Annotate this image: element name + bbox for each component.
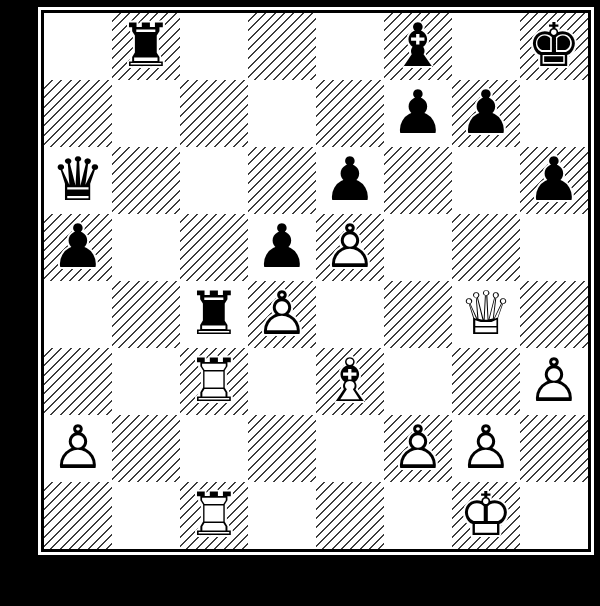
piece-body: ♟ xyxy=(51,216,105,276)
square-h4[interactable] xyxy=(520,281,588,348)
square-f6[interactable] xyxy=(384,147,452,214)
square-h1[interactable] xyxy=(520,482,588,549)
piece-body: ♜ xyxy=(119,15,173,75)
piece-black-pawn-g7: ♟♟ xyxy=(452,80,520,147)
square-f5[interactable] xyxy=(384,214,452,281)
square-h2[interactable] xyxy=(520,415,588,482)
piece-body: ♝ xyxy=(391,15,445,75)
square-g8[interactable] xyxy=(452,13,520,80)
square-a2[interactable]: ♟♟♙ xyxy=(44,415,112,482)
piece-outline: ♙ xyxy=(51,417,105,477)
page-background: ♜♜♝♝♚♚♟♟♟♟♛♛♟♟♟♟♟♟♟♟♟♟♙♜♜♟♟♙♛♛♕♜♜♖♝♝♗♟♟♙… xyxy=(0,0,600,606)
square-b1[interactable] xyxy=(112,482,180,549)
square-c2[interactable] xyxy=(180,415,248,482)
square-g7[interactable]: ♟♟ xyxy=(452,80,520,147)
square-a6[interactable]: ♛♛ xyxy=(44,147,112,214)
square-g5[interactable] xyxy=(452,214,520,281)
square-h7[interactable] xyxy=(520,80,588,147)
square-e1[interactable] xyxy=(316,482,384,549)
square-d3[interactable] xyxy=(248,348,316,415)
square-h3[interactable]: ♟♟♙ xyxy=(520,348,588,415)
square-c1[interactable]: ♜♜♖ xyxy=(180,482,248,549)
piece-outline: ♙ xyxy=(323,216,377,276)
square-a7[interactable] xyxy=(44,80,112,147)
piece-body: ♟ xyxy=(255,216,309,276)
piece-white-bishop-e3: ♝♝♗ xyxy=(316,348,384,415)
square-d5[interactable]: ♟♟ xyxy=(248,214,316,281)
piece-body: ♟ xyxy=(391,82,445,142)
piece-outline: ♙ xyxy=(459,417,513,477)
square-c6[interactable] xyxy=(180,147,248,214)
square-g4[interactable]: ♛♛♕ xyxy=(452,281,520,348)
square-f8[interactable]: ♝♝ xyxy=(384,13,452,80)
piece-outline: ♙ xyxy=(391,417,445,477)
piece-outline: ♙ xyxy=(527,350,581,410)
square-f4[interactable] xyxy=(384,281,452,348)
square-g3[interactable] xyxy=(452,348,520,415)
square-b4[interactable] xyxy=(112,281,180,348)
square-e8[interactable] xyxy=(316,13,384,80)
piece-black-pawn-f7: ♟♟ xyxy=(384,80,452,147)
square-h8[interactable]: ♚♚ xyxy=(520,13,588,80)
piece-outline: ♖ xyxy=(187,350,241,410)
square-c7[interactable] xyxy=(180,80,248,147)
piece-outline: ♗ xyxy=(323,350,377,410)
square-d2[interactable] xyxy=(248,415,316,482)
piece-black-king-h8: ♚♚ xyxy=(520,13,588,80)
board-frame: ♜♜♝♝♚♚♟♟♟♟♛♛♟♟♟♟♟♟♟♟♟♟♙♜♜♟♟♙♛♛♕♜♜♖♝♝♗♟♟♙… xyxy=(38,7,594,555)
square-e7[interactable] xyxy=(316,80,384,147)
square-g6[interactable] xyxy=(452,147,520,214)
square-a8[interactable] xyxy=(44,13,112,80)
square-b3[interactable] xyxy=(112,348,180,415)
square-b8[interactable]: ♜♜ xyxy=(112,13,180,80)
piece-black-pawn-a5: ♟♟ xyxy=(44,214,112,281)
piece-body: ♟ xyxy=(527,149,581,209)
square-h6[interactable]: ♟♟ xyxy=(520,147,588,214)
piece-black-queen-a6: ♛♛ xyxy=(44,147,112,214)
piece-white-pawn-a2: ♟♟♙ xyxy=(44,415,112,482)
piece-black-rook-b8: ♜♜ xyxy=(112,13,180,80)
square-f2[interactable]: ♟♟♙ xyxy=(384,415,452,482)
piece-body: ♚ xyxy=(527,15,581,75)
square-c5[interactable] xyxy=(180,214,248,281)
piece-white-queen-g4: ♛♛♕ xyxy=(452,281,520,348)
piece-white-rook-c1: ♜♜♖ xyxy=(180,482,248,549)
square-d4[interactable]: ♟♟♙ xyxy=(248,281,316,348)
square-c8[interactable] xyxy=(180,13,248,80)
square-g2[interactable]: ♟♟♙ xyxy=(452,415,520,482)
square-b7[interactable] xyxy=(112,80,180,147)
square-e5[interactable]: ♟♟♙ xyxy=(316,214,384,281)
square-d8[interactable] xyxy=(248,13,316,80)
square-e4[interactable] xyxy=(316,281,384,348)
piece-black-bishop-f8: ♝♝ xyxy=(384,13,452,80)
piece-white-king-g1: ♚♚♔ xyxy=(452,482,520,549)
square-d6[interactable] xyxy=(248,147,316,214)
piece-body: ♜ xyxy=(187,283,241,343)
square-c3[interactable]: ♜♜♖ xyxy=(180,348,248,415)
square-h5[interactable] xyxy=(520,214,588,281)
square-f1[interactable] xyxy=(384,482,452,549)
square-d7[interactable] xyxy=(248,80,316,147)
square-a3[interactable] xyxy=(44,348,112,415)
piece-body: ♛ xyxy=(51,149,105,209)
board-inner-border: ♜♜♝♝♚♚♟♟♟♟♛♛♟♟♟♟♟♟♟♟♟♟♙♜♜♟♟♙♛♛♕♜♜♖♝♝♗♟♟♙… xyxy=(41,10,591,552)
piece-outline: ♙ xyxy=(255,283,309,343)
square-e3[interactable]: ♝♝♗ xyxy=(316,348,384,415)
piece-white-rook-c3: ♜♜♖ xyxy=(180,348,248,415)
square-e2[interactable] xyxy=(316,415,384,482)
piece-outline: ♖ xyxy=(187,484,241,544)
square-b2[interactable] xyxy=(112,415,180,482)
square-g1[interactable]: ♚♚♔ xyxy=(452,482,520,549)
piece-black-pawn-h6: ♟♟ xyxy=(520,147,588,214)
piece-white-pawn-g2: ♟♟♙ xyxy=(452,415,520,482)
piece-white-pawn-d4: ♟♟♙ xyxy=(248,281,316,348)
piece-white-pawn-f2: ♟♟♙ xyxy=(384,415,452,482)
square-a1[interactable] xyxy=(44,482,112,549)
square-a4[interactable] xyxy=(44,281,112,348)
piece-white-pawn-h3: ♟♟♙ xyxy=(520,348,588,415)
square-f7[interactable]: ♟♟ xyxy=(384,80,452,147)
square-f3[interactable] xyxy=(384,348,452,415)
piece-white-pawn-e5: ♟♟♙ xyxy=(316,214,384,281)
square-b6[interactable] xyxy=(112,147,180,214)
square-c4[interactable]: ♜♜ xyxy=(180,281,248,348)
square-b5[interactable] xyxy=(112,214,180,281)
square-a5[interactable]: ♟♟ xyxy=(44,214,112,281)
piece-body: ♟ xyxy=(323,149,377,209)
chess-board: ♜♜♝♝♚♚♟♟♟♟♛♛♟♟♟♟♟♟♟♟♟♟♙♜♜♟♟♙♛♛♕♜♜♖♝♝♗♟♟♙… xyxy=(44,13,588,549)
piece-outline: ♕ xyxy=(459,283,513,343)
piece-black-rook-c4: ♜♜ xyxy=(180,281,248,348)
square-d1[interactable] xyxy=(248,482,316,549)
piece-outline: ♔ xyxy=(459,484,513,544)
piece-body: ♟ xyxy=(459,82,513,142)
piece-black-pawn-e6: ♟♟ xyxy=(316,147,384,214)
piece-black-pawn-d5: ♟♟ xyxy=(248,214,316,281)
square-e6[interactable]: ♟♟ xyxy=(316,147,384,214)
